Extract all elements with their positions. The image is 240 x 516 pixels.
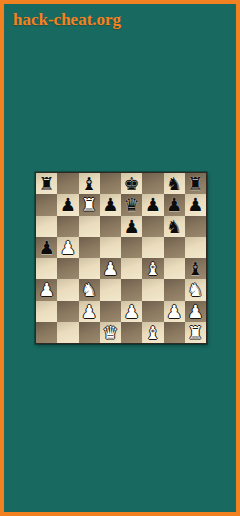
- square-a3[interactable]: ♟: [36, 279, 57, 300]
- site-watermark: hack-cheat.org: [13, 10, 121, 30]
- square-a8[interactable]: ♜: [36, 173, 57, 194]
- piece-white-bishop[interactable]: ♝: [145, 258, 161, 279]
- piece-white-pawn[interactable]: ♟: [124, 301, 140, 322]
- piece-black-king[interactable]: ♚: [124, 173, 140, 194]
- square-b7[interactable]: ♟: [57, 194, 78, 215]
- square-f6[interactable]: [142, 216, 163, 237]
- piece-black-bishop[interactable]: ♝: [81, 173, 97, 194]
- piece-black-pawn[interactable]: ♟: [39, 237, 55, 258]
- piece-black-queen[interactable]: ♛: [124, 194, 140, 215]
- square-d2[interactable]: [100, 301, 121, 322]
- square-a1[interactable]: [36, 322, 57, 343]
- square-g8[interactable]: ♞: [164, 173, 185, 194]
- square-b8[interactable]: [57, 173, 78, 194]
- piece-white-rook[interactable]: ♜: [81, 194, 97, 215]
- piece-white-pawn[interactable]: ♟: [81, 301, 97, 322]
- square-d4[interactable]: ♟: [100, 258, 121, 279]
- square-a2[interactable]: [36, 301, 57, 322]
- piece-black-pawn[interactable]: ♟: [166, 194, 182, 215]
- square-g3[interactable]: [164, 279, 185, 300]
- piece-black-pawn[interactable]: ♟: [60, 194, 76, 215]
- square-d8[interactable]: [100, 173, 121, 194]
- square-g2[interactable]: ♟: [164, 301, 185, 322]
- chess-board[interactable]: ♜♝♚♞♜♟♜♟♛♟♟♟♟♞♟♟♟♝♝♟♞♞♟♟♟♟♛♝♜: [35, 172, 207, 344]
- square-b5[interactable]: ♟: [57, 237, 78, 258]
- square-a4[interactable]: [36, 258, 57, 279]
- piece-black-rook[interactable]: ♜: [187, 173, 203, 194]
- piece-black-rook[interactable]: ♜: [39, 173, 55, 194]
- square-f4[interactable]: ♝: [142, 258, 163, 279]
- piece-white-pawn[interactable]: ♟: [166, 301, 182, 322]
- piece-black-bishop[interactable]: ♝: [187, 258, 203, 279]
- square-d1[interactable]: ♛: [100, 322, 121, 343]
- square-c1[interactable]: [79, 322, 100, 343]
- square-e7[interactable]: ♛: [121, 194, 142, 215]
- square-e4[interactable]: [121, 258, 142, 279]
- app-background: { "site": { "watermark": "hack-cheat.org…: [0, 0, 240, 516]
- square-h5[interactable]: [185, 237, 206, 258]
- piece-white-pawn[interactable]: ♟: [187, 301, 203, 322]
- piece-white-pawn[interactable]: ♟: [60, 237, 76, 258]
- square-h8[interactable]: ♜: [185, 173, 206, 194]
- square-d3[interactable]: [100, 279, 121, 300]
- square-e5[interactable]: [121, 237, 142, 258]
- square-h2[interactable]: ♟: [185, 301, 206, 322]
- square-c2[interactable]: ♟: [79, 301, 100, 322]
- square-c6[interactable]: [79, 216, 100, 237]
- square-e3[interactable]: [121, 279, 142, 300]
- square-h1[interactable]: ♜: [185, 322, 206, 343]
- piece-white-knight[interactable]: ♞: [81, 279, 97, 300]
- square-e1[interactable]: [121, 322, 142, 343]
- piece-white-queen[interactable]: ♛: [102, 322, 118, 343]
- square-g4[interactable]: [164, 258, 185, 279]
- square-c8[interactable]: ♝: [79, 173, 100, 194]
- square-c3[interactable]: ♞: [79, 279, 100, 300]
- square-e6[interactable]: ♟: [121, 216, 142, 237]
- piece-black-knight[interactable]: ♞: [166, 216, 182, 237]
- square-h4[interactable]: ♝: [185, 258, 206, 279]
- square-a7[interactable]: [36, 194, 57, 215]
- square-f3[interactable]: [142, 279, 163, 300]
- piece-black-pawn[interactable]: ♟: [124, 216, 140, 237]
- square-f5[interactable]: [142, 237, 163, 258]
- square-b6[interactable]: [57, 216, 78, 237]
- square-f1[interactable]: ♝: [142, 322, 163, 343]
- piece-white-bishop[interactable]: ♝: [145, 322, 161, 343]
- square-g1[interactable]: [164, 322, 185, 343]
- square-b3[interactable]: [57, 279, 78, 300]
- square-g5[interactable]: [164, 237, 185, 258]
- square-f8[interactable]: [142, 173, 163, 194]
- piece-white-knight[interactable]: ♞: [187, 279, 203, 300]
- piece-black-pawn[interactable]: ♟: [145, 194, 161, 215]
- square-g7[interactable]: ♟: [164, 194, 185, 215]
- square-d6[interactable]: [100, 216, 121, 237]
- piece-black-pawn[interactable]: ♟: [187, 194, 203, 215]
- square-b2[interactable]: [57, 301, 78, 322]
- square-h6[interactable]: [185, 216, 206, 237]
- piece-white-pawn[interactable]: ♟: [102, 258, 118, 279]
- piece-white-rook[interactable]: ♜: [187, 322, 203, 343]
- square-f7[interactable]: ♟: [142, 194, 163, 215]
- square-a5[interactable]: ♟: [36, 237, 57, 258]
- square-d5[interactable]: [100, 237, 121, 258]
- square-c7[interactable]: ♜: [79, 194, 100, 215]
- square-e2[interactable]: ♟: [121, 301, 142, 322]
- square-f2[interactable]: [142, 301, 163, 322]
- square-d7[interactable]: ♟: [100, 194, 121, 215]
- square-e8[interactable]: ♚: [121, 173, 142, 194]
- piece-black-pawn[interactable]: ♟: [102, 194, 118, 215]
- square-h7[interactable]: ♟: [185, 194, 206, 215]
- square-c5[interactable]: [79, 237, 100, 258]
- square-g6[interactable]: ♞: [164, 216, 185, 237]
- square-h3[interactable]: ♞: [185, 279, 206, 300]
- piece-white-pawn[interactable]: ♟: [39, 279, 55, 300]
- square-a6[interactable]: [36, 216, 57, 237]
- square-b4[interactable]: [57, 258, 78, 279]
- piece-black-knight[interactable]: ♞: [166, 173, 182, 194]
- square-b1[interactable]: [57, 322, 78, 343]
- square-c4[interactable]: [79, 258, 100, 279]
